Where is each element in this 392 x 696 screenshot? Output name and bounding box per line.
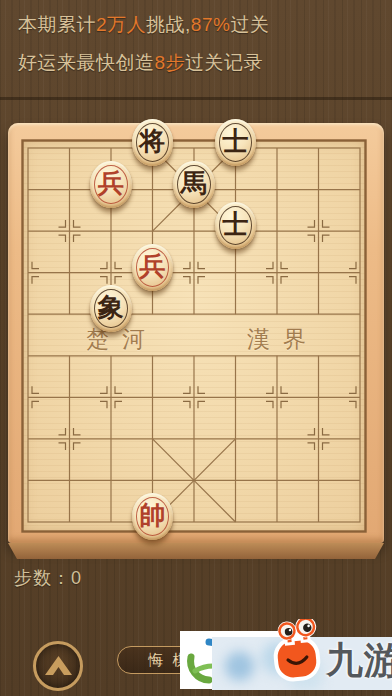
plain-text: 过关	[230, 14, 269, 35]
piece-black-horse[interactable]: 馬	[173, 169, 215, 211]
piece-glyph: 士	[222, 129, 248, 155]
piece-disk: 象	[90, 285, 132, 332]
piece-disk: 将	[132, 119, 174, 166]
piece-glyph: 兵	[98, 171, 124, 197]
board-front-bevel	[8, 543, 384, 559]
highlight-text: 87%	[191, 14, 231, 35]
piece-black-advisor-1[interactable]: 士	[215, 127, 257, 169]
piece-glyph: 馬	[181, 171, 207, 197]
piece-disk: 兵	[132, 244, 174, 291]
piece-disk: 士	[215, 119, 257, 166]
piece-black-elephant[interactable]: 象	[90, 293, 132, 335]
piece-glyph: 将	[139, 129, 165, 155]
piece-glyph: 象	[98, 295, 124, 321]
step-counter-value: 0	[71, 568, 82, 588]
step-counter-label: 步数：	[14, 568, 71, 588]
xiangqi-puzzle-screen: { "game": "xiangqi", "header": { "line1"…	[0, 0, 392, 696]
record-stats-line: 好运来最快创造8步过关记录	[18, 50, 263, 76]
chevron-up-icon	[45, 656, 72, 676]
piece-red-pawn-1[interactable]: 兵	[90, 169, 132, 211]
piece-layer: 将士兵馬士兵象帥	[7, 127, 381, 542]
plain-text: 过关记录	[185, 52, 263, 73]
piece-glyph: 士	[222, 212, 248, 238]
piece-disk: 帥	[132, 493, 174, 540]
expand-menu-button[interactable]	[33, 641, 83, 691]
site-watermark: 九游	[180, 630, 392, 692]
piece-disk: 馬	[173, 161, 215, 208]
step-counter: 步数：0	[14, 566, 82, 590]
piece-red-pawn-2[interactable]: 兵	[132, 252, 174, 294]
piece-black-advisor-2[interactable]: 士	[215, 210, 257, 252]
jiuyou-mascot-icon	[268, 619, 326, 685]
plain-text: 本期累计	[18, 14, 96, 35]
piece-red-general[interactable]: 帥	[132, 501, 174, 543]
highlight-text: 2万人	[96, 14, 146, 35]
plain-text: 挑战,	[146, 14, 191, 35]
challenge-stats-line: 本期累计2万人挑战,87%过关	[18, 12, 269, 38]
wood-plank-seam	[0, 97, 392, 100]
piece-disk: 兵	[90, 161, 132, 208]
piece-disk: 士	[215, 202, 257, 249]
jiuyou-brand-text: 九游	[326, 636, 392, 686]
plain-text: 好运来最快创造	[18, 52, 155, 73]
piece-glyph: 帥	[139, 503, 165, 529]
piece-black-general[interactable]: 将	[132, 127, 174, 169]
piece-glyph: 兵	[139, 254, 165, 280]
highlight-text: 8步	[155, 52, 186, 73]
